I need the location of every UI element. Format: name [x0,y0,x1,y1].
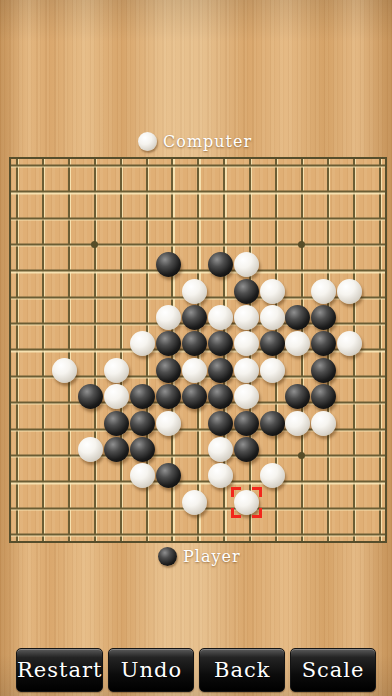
gomoku-app-screen: Computer Player Restart Undo Back Scale [0,0,392,696]
black-stone-icon [158,547,177,566]
back-button[interactable]: Back [199,648,285,692]
player-label: Player [183,547,241,566]
toolbar: Restart Undo Back Scale [0,648,392,690]
restart-button[interactable]: Restart [16,648,103,692]
white-stone-icon [138,132,157,151]
computer-side-label: Computer [138,132,252,151]
undo-button[interactable]: Undo [108,648,194,692]
gomoku-board[interactable] [9,157,387,543]
scale-button[interactable]: Scale [290,648,376,692]
player-side-label: Player [158,547,241,566]
computer-label: Computer [163,132,252,151]
